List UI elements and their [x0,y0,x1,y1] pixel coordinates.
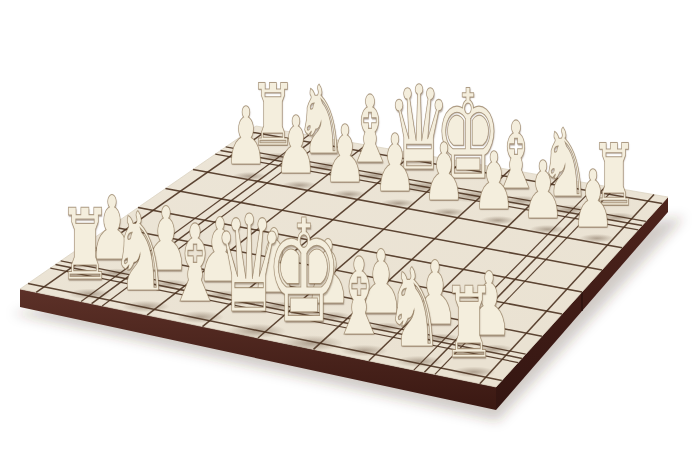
piece-h1-white-rook: ♜ [424,274,512,373]
chess-set-photo: ♜♞♝♛♚♝♞♜♟♟♟♟♟♟♟♟♟♟♟♟♟♟♟♟♜♞♝♛♚♝♞♜ [0,0,700,460]
pawn-icon: ♟ [571,159,614,239]
rook-icon: ♜ [442,274,495,373]
piece-h7-black-pawn: ♟ [557,159,629,239]
